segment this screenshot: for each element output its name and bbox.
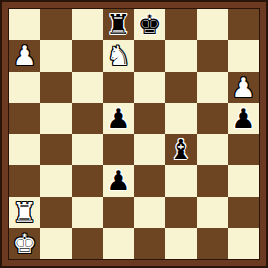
square-g3[interactable] [197,165,228,196]
square-d5[interactable]: ♟ [103,103,134,134]
square-f1[interactable] [165,228,196,259]
square-f8[interactable] [165,9,196,40]
square-h8[interactable] [228,9,259,40]
square-b4[interactable] [40,134,71,165]
square-a3[interactable] [9,165,40,196]
square-g4[interactable] [197,134,228,165]
square-e3[interactable] [134,165,165,196]
square-g8[interactable] [197,9,228,40]
square-a2[interactable]: ♜ [9,197,40,228]
square-d6[interactable] [103,72,134,103]
piece-black-pawn-d3[interactable]: ♟ [106,167,130,194]
square-a5[interactable] [9,103,40,134]
chess-board-frame: ♜♚♟♞♟♟♟♝♟♜♚ [0,0,268,268]
piece-black-rook-d8[interactable]: ♜ [106,11,130,38]
piece-white-rook-a2[interactable]: ♜ [13,199,37,226]
square-e2[interactable] [134,197,165,228]
square-e4[interactable] [134,134,165,165]
square-b8[interactable] [40,9,71,40]
square-f7[interactable] [165,40,196,71]
square-f6[interactable] [165,72,196,103]
piece-white-king-a1[interactable]: ♚ [13,230,37,257]
square-h3[interactable] [228,165,259,196]
square-d2[interactable] [103,197,134,228]
piece-black-bishop-f4[interactable]: ♝ [169,136,193,163]
square-d8[interactable]: ♜ [103,9,134,40]
square-c6[interactable] [72,72,103,103]
square-f5[interactable] [165,103,196,134]
square-b1[interactable] [40,228,71,259]
square-a4[interactable] [9,134,40,165]
square-b2[interactable] [40,197,71,228]
square-h6[interactable]: ♟ [228,72,259,103]
square-d4[interactable] [103,134,134,165]
square-c3[interactable] [72,165,103,196]
square-c4[interactable] [72,134,103,165]
square-b6[interactable] [40,72,71,103]
square-a7[interactable]: ♟ [9,40,40,71]
square-f2[interactable] [165,197,196,228]
square-h1[interactable] [228,228,259,259]
square-g7[interactable] [197,40,228,71]
square-c7[interactable] [72,40,103,71]
piece-white-knight-d7[interactable]: ♞ [106,42,130,69]
piece-black-king-e8[interactable]: ♚ [138,11,162,38]
square-c2[interactable] [72,197,103,228]
square-c5[interactable] [72,103,103,134]
square-a1[interactable]: ♚ [9,228,40,259]
square-f4[interactable]: ♝ [165,134,196,165]
square-b3[interactable] [40,165,71,196]
square-e5[interactable] [134,103,165,134]
square-e7[interactable] [134,40,165,71]
square-d3[interactable]: ♟ [103,165,134,196]
piece-black-pawn-h5[interactable]: ♟ [231,105,255,132]
square-a6[interactable] [9,72,40,103]
square-c8[interactable] [72,9,103,40]
square-a8[interactable] [9,9,40,40]
square-d7[interactable]: ♞ [103,40,134,71]
piece-black-pawn-d5[interactable]: ♟ [106,105,130,132]
square-b5[interactable] [40,103,71,134]
piece-white-pawn-a7[interactable]: ♟ [13,42,37,69]
chess-board: ♜♚♟♞♟♟♟♝♟♜♚ [8,8,260,260]
square-e8[interactable]: ♚ [134,9,165,40]
square-b7[interactable] [40,40,71,71]
square-h5[interactable]: ♟ [228,103,259,134]
square-h2[interactable] [228,197,259,228]
square-g6[interactable] [197,72,228,103]
square-c1[interactable] [72,228,103,259]
square-g2[interactable] [197,197,228,228]
square-g5[interactable] [197,103,228,134]
square-e6[interactable] [134,72,165,103]
square-f3[interactable] [165,165,196,196]
square-g1[interactable] [197,228,228,259]
square-e1[interactable] [134,228,165,259]
square-d1[interactable] [103,228,134,259]
piece-white-pawn-h6[interactable]: ♟ [231,74,255,101]
square-h4[interactable] [228,134,259,165]
square-h7[interactable] [228,40,259,71]
